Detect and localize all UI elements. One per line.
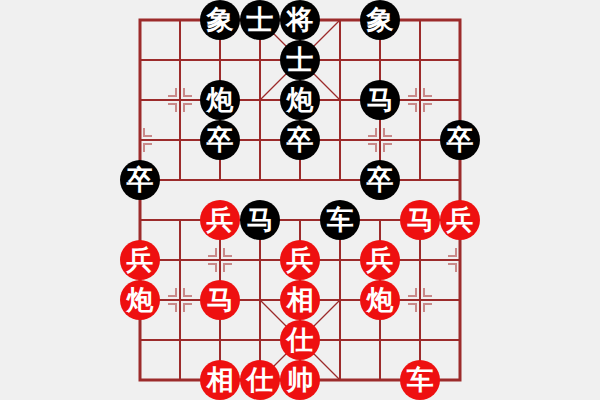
- piece-glyph: 马: [207, 280, 234, 320]
- piece-red-cannon[interactable]: 炮: [120, 280, 160, 320]
- piece-glyph: 仕: [287, 320, 314, 360]
- piece-black-pawn[interactable]: 卒: [440, 120, 480, 160]
- piece-glyph: 将: [287, 0, 314, 40]
- piece-glyph: 卒: [367, 160, 394, 200]
- piece-black-pawn[interactable]: 卒: [280, 120, 320, 160]
- piece-glyph: 兵: [127, 240, 154, 280]
- piece-glyph: 象: [207, 0, 234, 40]
- piece-black-elephant[interactable]: 象: [200, 0, 240, 40]
- piece-layer: 象士将象士炮炮马卒卒卒卒卒马车兵马兵兵兵兵炮马相炮仕相仕帅车: [120, 0, 480, 400]
- piece-black-advisor[interactable]: 士: [280, 40, 320, 80]
- piece-red-pawn[interactable]: 兵: [120, 240, 160, 280]
- piece-glyph: 马: [247, 200, 274, 240]
- piece-glyph: 帅: [287, 360, 314, 400]
- piece-red-horse[interactable]: 马: [400, 200, 440, 240]
- piece-glyph: 兵: [287, 240, 314, 280]
- piece-glyph: 兵: [447, 200, 474, 240]
- piece-glyph: 士: [247, 0, 274, 40]
- piece-glyph: 卒: [447, 120, 474, 160]
- piece-glyph: 马: [407, 200, 434, 240]
- piece-glyph: 兵: [207, 200, 234, 240]
- piece-red-pawn[interactable]: 兵: [440, 200, 480, 240]
- piece-glyph: 炮: [207, 80, 234, 120]
- piece-black-elephant[interactable]: 象: [360, 0, 400, 40]
- piece-glyph: 相: [207, 360, 234, 400]
- piece-red-advisor[interactable]: 仕: [280, 320, 320, 360]
- xiangqi-board: 象士将象士炮炮马卒卒卒卒卒马车兵马兵兵兵兵炮马相炮仕相仕帅车: [0, 0, 600, 400]
- piece-red-cannon[interactable]: 炮: [360, 280, 400, 320]
- piece-glyph: 卒: [287, 120, 314, 160]
- piece-glyph: 仕: [247, 360, 274, 400]
- piece-glyph: 卒: [207, 120, 234, 160]
- piece-glyph: 士: [287, 40, 314, 80]
- piece-red-pawn[interactable]: 兵: [200, 200, 240, 240]
- piece-glyph: 车: [327, 200, 354, 240]
- piece-red-king[interactable]: 帅: [280, 360, 320, 400]
- piece-glyph: 炮: [287, 80, 314, 120]
- piece-glyph: 车: [407, 360, 434, 400]
- piece-glyph: 炮: [367, 280, 394, 320]
- piece-red-elephant[interactable]: 相: [280, 280, 320, 320]
- piece-red-horse[interactable]: 马: [200, 280, 240, 320]
- piece-black-king[interactable]: 将: [280, 0, 320, 40]
- piece-black-cannon[interactable]: 炮: [280, 80, 320, 120]
- piece-red-pawn[interactable]: 兵: [360, 240, 400, 280]
- piece-black-advisor[interactable]: 士: [240, 0, 280, 40]
- piece-red-elephant[interactable]: 相: [200, 360, 240, 400]
- piece-glyph: 炮: [127, 280, 154, 320]
- piece-black-pawn[interactable]: 卒: [120, 160, 160, 200]
- piece-black-horse[interactable]: 马: [360, 80, 400, 120]
- piece-red-advisor[interactable]: 仕: [240, 360, 280, 400]
- piece-glyph: 象: [367, 0, 394, 40]
- piece-black-rook[interactable]: 车: [320, 200, 360, 240]
- piece-red-pawn[interactable]: 兵: [280, 240, 320, 280]
- piece-black-horse[interactable]: 马: [240, 200, 280, 240]
- piece-glyph: 马: [367, 80, 394, 120]
- piece-black-pawn[interactable]: 卒: [360, 160, 400, 200]
- piece-glyph: 相: [287, 280, 314, 320]
- piece-red-rook[interactable]: 车: [400, 360, 440, 400]
- piece-black-pawn[interactable]: 卒: [200, 120, 240, 160]
- piece-black-cannon[interactable]: 炮: [200, 80, 240, 120]
- piece-glyph: 兵: [367, 240, 394, 280]
- piece-glyph: 卒: [127, 160, 154, 200]
